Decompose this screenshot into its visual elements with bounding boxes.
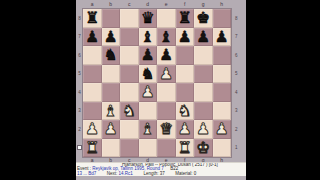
file-label-f: f (176, 0, 195, 8)
square-b2[interactable]: ♟ (102, 120, 121, 139)
square-e7[interactable]: ♝ (157, 28, 176, 47)
file-label-b: b (102, 0, 121, 8)
material-value: 0 (194, 171, 197, 176)
square-e4[interactable] (157, 83, 176, 102)
square-h8[interactable] (213, 9, 232, 28)
square-d2[interactable]: ♝ (139, 120, 158, 139)
square-b4[interactable] (102, 83, 121, 102)
square-f1[interactable]: ♜ (176, 139, 195, 158)
white-to-move-indicator (77, 145, 82, 150)
piece-black-bishop[interactable]: ♝ (141, 28, 155, 46)
rank-labels-right: 87654321 (232, 9, 246, 157)
square-f5[interactable] (176, 65, 195, 84)
piece-black-knight[interactable]: ♞ (141, 65, 155, 83)
square-h7[interactable]: ♟ (213, 28, 232, 47)
piece-white-bishop[interactable]: ♝ (141, 120, 155, 138)
square-b1[interactable] (102, 139, 121, 158)
file-label-h: h (213, 0, 232, 8)
square-a6[interactable] (83, 46, 102, 65)
square-e1[interactable] (157, 139, 176, 158)
next-label: Next: (107, 171, 118, 176)
rank-label-8: 8 (76, 9, 83, 28)
square-b5[interactable] (102, 65, 121, 84)
next-move[interactable]: 14.Rc1 (119, 171, 133, 176)
square-c2[interactable] (120, 120, 139, 139)
piece-black-pawn[interactable]: ♟ (104, 28, 118, 46)
piece-black-pawn[interactable]: ♟ (141, 46, 155, 64)
length-value: 37 (160, 171, 165, 176)
piece-black-rook[interactable]: ♜ (178, 9, 192, 27)
square-h2[interactable]: ♟ (213, 120, 232, 139)
material-label: Material: (175, 171, 192, 176)
piece-black-king[interactable]: ♚ (196, 9, 210, 27)
square-e3[interactable] (157, 102, 176, 121)
square-g1[interactable]: ♚ (194, 139, 213, 158)
square-g4[interactable] (194, 83, 213, 102)
square-d7[interactable]: ♝ (139, 28, 158, 47)
square-d1[interactable] (139, 139, 158, 158)
square-a2[interactable]: ♟ (83, 120, 102, 139)
piece-white-pawn[interactable]: ♟ (104, 120, 118, 138)
square-c3[interactable]: ♞ (120, 102, 139, 121)
rank-label-3: 3 (235, 102, 246, 121)
square-h3[interactable] (213, 102, 232, 121)
file-label-d: d (139, 0, 158, 8)
game-header: Hjartarson, Palli -- Popovic, Dusan ( 25… (76, 162, 246, 176)
square-c6[interactable] (120, 46, 139, 65)
square-h1[interactable] (213, 139, 232, 158)
square-g5[interactable] (194, 65, 213, 84)
piece-black-pawn[interactable]: ♟ (196, 28, 210, 46)
piece-black-bishop[interactable]: ♝ (159, 28, 173, 46)
square-e5[interactable]: ♟ (157, 65, 176, 84)
rank-label-5: 5 (76, 65, 83, 84)
square-g2[interactable]: ♟ (194, 120, 213, 139)
chess-board: ♜♛♜♚♟♟♝♝♟♟♟♞♟♟♞♟♟♝♞♞♟♟♝♛♟♟♟♜♜♚ (83, 9, 231, 157)
square-c7[interactable] (120, 28, 139, 47)
piece-white-knight[interactable]: ♞ (178, 102, 192, 120)
chess-app-stage: abcdefgh 87654321 ♜♛♜♚♟♟♝♝♟♟♟♞♟♟♞♟♟♝♞♞♟♟… (76, 0, 246, 180)
rank-label-7: 7 (76, 28, 83, 47)
move-status-line: 13 ... Bd7 Next: 14.Rc1 Length: 37 Mater… (76, 172, 246, 176)
square-a3[interactable] (83, 102, 102, 121)
rank-label-5: 5 (235, 65, 246, 84)
square-a7[interactable]: ♟ (83, 28, 102, 47)
square-g7[interactable]: ♟ (194, 28, 213, 47)
piece-white-knight[interactable]: ♞ (122, 102, 136, 120)
file-label-e: e (157, 0, 176, 8)
square-b6[interactable]: ♞ (102, 46, 121, 65)
square-f3[interactable]: ♞ (176, 102, 195, 121)
square-g8[interactable]: ♚ (194, 9, 213, 28)
piece-white-pawn[interactable]: ♟ (141, 83, 155, 101)
square-g3[interactable] (194, 102, 213, 121)
square-h5[interactable] (213, 65, 232, 84)
rank-label-4: 4 (235, 83, 246, 102)
rank-label-7: 7 (235, 28, 246, 47)
piece-black-pawn[interactable]: ♟ (159, 46, 173, 64)
piece-black-rook[interactable]: ♜ (85, 9, 99, 27)
rank-label-3: 3 (76, 102, 83, 121)
piece-white-rook[interactable]: ♜ (85, 139, 99, 157)
file-label-c: c (120, 0, 139, 8)
square-h6[interactable] (213, 46, 232, 65)
square-a1[interactable]: ♜ (83, 139, 102, 158)
square-d6[interactable]: ♟ (139, 46, 158, 65)
square-f4[interactable] (176, 83, 195, 102)
rank-label-8: 8 (235, 9, 246, 28)
piece-black-knight[interactable]: ♞ (104, 46, 118, 64)
piece-black-pawn[interactable]: ♟ (178, 28, 192, 46)
square-a4[interactable] (83, 83, 102, 102)
rank-label-2: 2 (235, 120, 246, 139)
square-e6[interactable]: ♟ (157, 46, 176, 65)
rank-label-4: 4 (76, 83, 83, 102)
square-b3[interactable]: ♝ (102, 102, 121, 121)
square-c8[interactable] (120, 9, 139, 28)
square-e8[interactable] (157, 9, 176, 28)
square-b8[interactable] (102, 9, 121, 28)
square-f8[interactable]: ♜ (176, 9, 195, 28)
rank-label-6: 6 (235, 46, 246, 65)
piece-white-pawn[interactable]: ♟ (85, 120, 99, 138)
rank-labels-left: 87654321 (76, 9, 83, 157)
piece-white-bishop[interactable]: ♝ (104, 102, 118, 120)
move-played[interactable]: 13 ... Bd7 (77, 171, 96, 176)
square-a5[interactable] (83, 65, 102, 84)
square-g6[interactable] (194, 46, 213, 65)
square-d3[interactable] (139, 102, 158, 121)
rank-label-1: 1 (235, 139, 246, 158)
piece-white-queen[interactable]: ♛ (159, 120, 173, 138)
piece-white-pawn[interactable]: ♟ (159, 65, 173, 83)
piece-black-pawn[interactable]: ♟ (85, 28, 99, 46)
square-d5[interactable]: ♞ (139, 65, 158, 84)
piece-black-queen[interactable]: ♛ (141, 9, 155, 27)
square-a8[interactable]: ♜ (83, 9, 102, 28)
square-c5[interactable] (120, 65, 139, 84)
square-c1[interactable] (120, 139, 139, 158)
square-d4[interactable]: ♟ (139, 83, 158, 102)
piece-black-pawn[interactable]: ♟ (215, 28, 229, 46)
piece-white-king[interactable]: ♚ (196, 139, 210, 157)
piece-white-pawn[interactable]: ♟ (196, 120, 210, 138)
file-label-g: g (194, 0, 213, 8)
rank-label-6: 6 (76, 46, 83, 65)
piece-white-rook[interactable]: ♜ (178, 139, 192, 157)
file-labels-top: abcdefgh (83, 0, 231, 8)
square-b7[interactable]: ♟ (102, 28, 121, 47)
square-f7[interactable]: ♟ (176, 28, 195, 47)
file-label-a: a (83, 0, 102, 8)
piece-white-pawn[interactable]: ♟ (178, 120, 192, 138)
piece-white-pawn[interactable]: ♟ (215, 120, 229, 138)
square-f2[interactable]: ♟ (176, 120, 195, 139)
square-e2[interactable]: ♛ (157, 120, 176, 139)
rank-label-2: 2 (76, 120, 83, 139)
square-f6[interactable] (176, 46, 195, 65)
square-h4[interactable] (213, 83, 232, 102)
square-d8[interactable]: ♛ (139, 9, 158, 28)
square-c4[interactable] (120, 83, 139, 102)
length-label: Length: (143, 171, 158, 176)
